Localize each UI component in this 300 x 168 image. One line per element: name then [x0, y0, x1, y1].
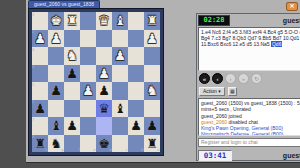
square-b8[interactable]: b	[128, 135, 144, 153]
black-rook: ♜	[34, 137, 46, 150]
white-rook: ♜	[146, 14, 158, 27]
black-pawn: ♟	[98, 84, 110, 97]
square-h4[interactable]: 4	[32, 65, 48, 83]
rank-label: 8	[32, 135, 34, 139]
square-d7[interactable]	[96, 117, 112, 135]
square-e2[interactable]	[80, 30, 96, 48]
square-f1[interactable]: ♜	[64, 12, 80, 30]
rank-label: 7	[32, 118, 34, 122]
square-f6[interactable]	[64, 100, 80, 118]
rank-label: 5	[32, 83, 34, 87]
square-b2[interactable]	[128, 30, 144, 48]
square-f5[interactable]	[64, 82, 80, 100]
moves-text: 1.e4 Nc6 2.f4 e5 3.Nf3 exf4 4.Bc4 g5 5.O…	[201, 29, 300, 47]
square-d5[interactable]: ♟	[96, 82, 112, 100]
square-b1[interactable]	[128, 12, 144, 30]
rank-label: 3	[32, 48, 34, 52]
black-clock: 03:41	[198, 150, 232, 161]
square-b6[interactable]	[128, 100, 144, 118]
chess-board: 1♚♜♛♝♜♟2♟♟3♞♟4♟♟5♟♟♟♞♟6♛♝7♝♟♟♟♜8h♞gfe♚dc…	[32, 12, 160, 152]
black-queen: ♛	[98, 102, 110, 115]
square-c6[interactable]: ♝	[112, 100, 128, 118]
square-g3[interactable]	[48, 47, 64, 65]
square-e5[interactable]: ♟	[80, 82, 96, 100]
chat-input[interactable]: Register and login to chat	[198, 138, 300, 147]
rank-label: 2	[32, 30, 34, 34]
white-rook: ♜	[66, 14, 78, 27]
chess-board-frame: 1♚♜♛♝♜♟2♟♟3♞♟4♟♟5♟♟♟♞♟6♛♝7♝♟♟♟♜8h♞gfe♚dc…	[28, 8, 164, 156]
white-player-name: guest_2060	[230, 17, 300, 24]
chat-text: King's Pawn Opening, General (B00)	[201, 125, 283, 131]
action-menu-button[interactable]: Action ▾	[199, 87, 225, 96]
white-pawn: ♟	[34, 32, 46, 45]
close-button[interactable]: ✕	[286, 2, 298, 11]
rank-label: 6	[32, 100, 34, 104]
white-pawn: ♟	[82, 84, 94, 97]
square-a4[interactable]	[144, 65, 160, 83]
white-pawn: ♟	[50, 32, 62, 45]
square-c1[interactable]: ♝	[112, 12, 128, 30]
square-c7[interactable]	[112, 117, 128, 135]
black-pawn: ♟	[66, 119, 78, 132]
white-clock: 02:28	[198, 15, 230, 26]
white-knight: ♞	[66, 49, 78, 62]
square-f2[interactable]	[64, 30, 80, 48]
square-g7[interactable]: ♝	[48, 117, 64, 135]
square-d6[interactable]: ♛	[96, 100, 112, 118]
action-bar: Action ▾ ▦	[197, 85, 300, 97]
chat-log[interactable]: guest_2060 (1500) vs guest_1838 (1500) :…	[198, 98, 300, 136]
square-g5[interactable]: ♟	[48, 82, 64, 100]
black-rook: ♜	[146, 137, 158, 150]
square-e7[interactable]	[80, 117, 96, 135]
square-h2[interactable]: ♟2	[32, 30, 48, 48]
nav-refresh-button[interactable]: ↻	[251, 73, 262, 84]
square-h8[interactable]: ♜8h	[32, 135, 48, 153]
black-pawn: ♟	[34, 102, 46, 115]
square-g2[interactable]: ♟	[48, 30, 64, 48]
black-pawn: ♟	[146, 119, 158, 132]
square-c3[interactable]: ♟	[112, 47, 128, 65]
black-player-name: guest_1838	[232, 152, 300, 159]
black-pawn: ♟	[66, 67, 78, 80]
black-pawn: ♟	[130, 119, 142, 132]
square-e6[interactable]	[80, 100, 96, 118]
nav-last-button[interactable]: »	[238, 73, 249, 84]
square-g6[interactable]	[48, 100, 64, 118]
square-a6[interactable]	[144, 100, 160, 118]
square-h6[interactable]: ♟6	[32, 100, 48, 118]
square-a8[interactable]: ♜a	[144, 135, 160, 153]
white-pawn: ♟	[98, 67, 110, 80]
chat-text: guest_2060 (1500) vs guest_1838 (1500) :…	[201, 100, 300, 106]
chat-text: Nimzowitsch Defense, General (B00)	[201, 131, 283, 136]
chat-text: mins+5 secs , Unrated	[201, 106, 251, 112]
rank-label: 4	[32, 65, 34, 69]
square-e3[interactable]	[80, 47, 96, 65]
top-player-bar: 02:28 guest_2060	[197, 14, 300, 27]
black-bishop: ♝	[114, 102, 126, 115]
square-a5[interactable]: ♞	[144, 82, 160, 100]
square-a3[interactable]	[144, 47, 160, 65]
square-h7[interactable]: 7	[32, 117, 48, 135]
square-b4[interactable]	[128, 65, 144, 83]
square-e8[interactable]: e	[80, 135, 96, 153]
square-d2[interactable]	[96, 30, 112, 48]
square-b3[interactable]	[128, 47, 144, 65]
white-queen: ♛	[98, 14, 110, 27]
chat-text: disabled chat	[227, 119, 258, 125]
bottom-player-bar: 03:41 guest_1838	[197, 148, 300, 162]
black-bishop: ♝	[50, 119, 62, 132]
square-g1[interactable]: ♚	[48, 12, 64, 30]
chat-line: Nimzowitsch Defense, General (B00)	[201, 131, 300, 136]
move-nav-bar: «‹›»↻	[197, 71, 300, 85]
square-c5[interactable]	[112, 82, 128, 100]
black-king: ♚	[98, 137, 110, 150]
square-h5[interactable]: 5	[32, 82, 48, 100]
nav-back-button[interactable]: ‹	[212, 73, 223, 84]
square-c2[interactable]	[112, 30, 128, 48]
square-c8[interactable]: c	[112, 135, 128, 153]
square-b5[interactable]	[128, 82, 144, 100]
chat-text: guest_2060 joined	[201, 113, 242, 119]
black-pawn: ♟	[50, 84, 62, 97]
white-knight: ♞	[146, 84, 158, 97]
square-f4[interactable]: ♟	[64, 65, 80, 83]
white-pawn: ♟	[114, 49, 126, 62]
square-g8[interactable]: ♞g	[48, 135, 64, 153]
game-panel: 02:28 guest_2060 1.e4 Nc6 2.f4 e5 3.Nf3 …	[196, 13, 300, 161]
square-f7[interactable]: ♟	[64, 117, 80, 135]
square-c4[interactable]	[112, 65, 128, 83]
move-list[interactable]: 1.e4 Nc6 2.f4 e5 3.Nf3 exf4 4.Bc4 g5 5.O…	[198, 27, 300, 71]
white-bishop: ♝	[114, 14, 126, 27]
screen: guest_2060 vs guest_1838 ✕ 1♚♜♛♝♜♟2♟♟3♞♟…	[0, 0, 300, 168]
square-h1[interactable]: 1	[32, 12, 48, 30]
square-b7[interactable]: ♟	[128, 117, 144, 135]
square-a2[interactable]: ♟	[144, 30, 160, 48]
square-h3[interactable]: 3	[32, 47, 48, 65]
square-a7[interactable]: ♟	[144, 117, 160, 135]
app-window: guest_2060 vs guest_1838 ✕ 1♚♜♛♝♜♟2♟♟3♞♟…	[26, 0, 300, 163]
rank-label: 1	[32, 13, 34, 17]
square-d8[interactable]: ♚d	[96, 135, 112, 153]
board-options-icon[interactable]: ▦	[228, 87, 237, 96]
square-d4[interactable]: ♟	[96, 65, 112, 83]
nav-first-button[interactable]: «	[199, 73, 210, 84]
square-e1[interactable]	[80, 12, 96, 30]
square-f3[interactable]: ♞	[64, 47, 80, 65]
chat-input-row: Register and login to chat ▤	[198, 137, 300, 147]
white-pawn: ♟	[146, 32, 158, 45]
nav-forward-button[interactable]: ›	[225, 73, 236, 84]
white-king: ♚	[50, 14, 62, 27]
last-move[interactable]: Qd6	[271, 41, 282, 47]
square-d1[interactable]: ♛	[96, 12, 112, 30]
square-f8[interactable]: f	[64, 135, 80, 153]
square-d3[interactable]	[96, 47, 112, 65]
square-a1[interactable]: ♜	[144, 12, 160, 30]
black-knight: ♞	[50, 137, 62, 150]
chat-text: guest_2060	[201, 119, 227, 125]
file-label: a	[157, 148, 159, 152]
square-g4[interactable]	[48, 65, 64, 83]
square-e4[interactable]	[80, 65, 96, 83]
